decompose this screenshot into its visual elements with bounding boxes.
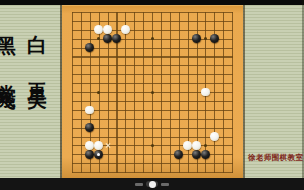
player-control-left-text bbox=[135, 183, 143, 186]
white-stone bbox=[94, 141, 103, 150]
white-player-banner: 白 王星昊 bbox=[27, 35, 47, 79]
go-board bbox=[62, 5, 243, 178]
star-point bbox=[151, 91, 154, 94]
white-stone bbox=[192, 141, 201, 150]
star-point bbox=[204, 144, 207, 147]
white-label: 白 bbox=[27, 35, 47, 55]
player-toggle[interactable] bbox=[146, 181, 158, 187]
black-player-name: 党毅飞 bbox=[0, 68, 16, 80]
white-stone bbox=[183, 141, 192, 150]
black-stone bbox=[192, 34, 201, 43]
white-stone bbox=[210, 132, 219, 141]
star-point bbox=[151, 144, 154, 147]
video-frame: 黑 党毅飞 白 王星昊 徐老师围棋教室 bbox=[0, 0, 304, 190]
player-bottom-bar bbox=[0, 178, 304, 190]
black-stone bbox=[210, 34, 219, 43]
black-player-banner: 黑 党毅飞 bbox=[0, 36, 16, 80]
frame-right-shadow bbox=[302, 0, 304, 178]
player-toggle-knob[interactable] bbox=[149, 181, 156, 188]
player-control-right-text bbox=[161, 183, 169, 186]
black-stone bbox=[174, 150, 183, 159]
x-marker bbox=[105, 143, 111, 149]
black-stone bbox=[103, 34, 112, 43]
black-stone bbox=[192, 150, 201, 159]
white-player-name: 王星昊 bbox=[27, 67, 47, 79]
star-point bbox=[97, 91, 100, 94]
channel-watermark: 徐老师围棋教室 bbox=[248, 153, 303, 163]
black-stone bbox=[112, 34, 121, 43]
black-stone bbox=[201, 150, 210, 159]
star-point bbox=[151, 37, 154, 40]
black-label: 黑 bbox=[0, 36, 16, 56]
black-stone bbox=[85, 150, 94, 159]
white-stone bbox=[121, 25, 130, 34]
